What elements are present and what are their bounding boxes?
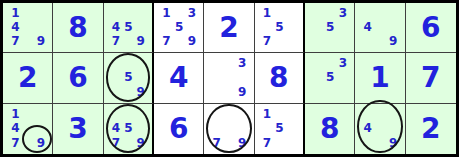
- candidate-9: 9: [387, 34, 400, 48]
- candidate-8: [374, 34, 387, 48]
- candidate-9: [286, 136, 298, 150]
- candidate-2: [122, 6, 134, 20]
- candidate-1: [210, 56, 223, 70]
- cell-r1c9[interactable]: 6: [406, 3, 456, 53]
- candidate-grid: 157: [255, 3, 303, 52]
- cell-r1c5[interactable]: 2: [204, 3, 254, 53]
- candidate-1: 1: [160, 6, 173, 20]
- candidate-8: [122, 136, 134, 150]
- candidate-6: [387, 121, 400, 135]
- candidate-6: [236, 70, 249, 84]
- candidate-9: [337, 85, 350, 99]
- candidate-2: [273, 6, 285, 20]
- cell-r2c1[interactable]: 2: [3, 53, 53, 103]
- candidate-7: [361, 136, 374, 150]
- candidate-9: 9: [35, 136, 48, 150]
- candidate-2: [324, 56, 337, 70]
- candidate-8: [223, 85, 236, 99]
- candidate-1: [210, 107, 223, 121]
- candidate-6: [135, 121, 147, 135]
- cell-r2c7[interactable]: 35: [305, 53, 355, 103]
- cell-value: 7: [406, 53, 456, 102]
- candidate-3: 3: [236, 56, 249, 70]
- candidate-9: [337, 34, 350, 48]
- candidate-1: [311, 56, 324, 70]
- cell-value: 1: [355, 53, 404, 102]
- cell-r3c1[interactable]: 1479: [3, 104, 53, 154]
- cell-r3c9[interactable]: 2: [406, 104, 456, 154]
- candidate-2: [173, 6, 186, 20]
- candidate-1: 1: [9, 107, 22, 121]
- candidate-2: [324, 6, 337, 20]
- candidate-1: [311, 6, 324, 20]
- cell-r3c2[interactable]: 3: [53, 104, 103, 154]
- candidate-6: [35, 20, 48, 34]
- cell-r1c8[interactable]: 49: [355, 3, 405, 53]
- candidate-2: [122, 56, 134, 70]
- candidate-5: [22, 20, 35, 34]
- cell-value: 3: [53, 104, 102, 154]
- candidate-grid: 1479: [3, 104, 52, 154]
- candidate-5: [223, 70, 236, 84]
- candidate-6: [337, 20, 350, 34]
- candidate-7: [311, 34, 324, 48]
- candidate-grid: 49: [355, 104, 404, 154]
- candidate-5: [22, 121, 35, 135]
- candidate-2: [223, 56, 236, 70]
- candidate-4: [311, 20, 324, 34]
- candidate-9: 9: [186, 34, 199, 48]
- candidate-6: [387, 20, 400, 34]
- cell-r1c1[interactable]: 1479: [3, 3, 53, 53]
- candidate-5: 5: [273, 121, 285, 135]
- candidate-5: 5: [122, 121, 134, 135]
- candidate-4: 4: [9, 121, 22, 135]
- cell-r1c6[interactable]: 157: [255, 3, 305, 53]
- cell-value: 8: [53, 3, 102, 52]
- candidate-3: [35, 107, 48, 121]
- candidate-1: [361, 6, 374, 20]
- cell-r2c3[interactable]: 59: [104, 53, 154, 103]
- candidate-1: 1: [261, 107, 273, 121]
- cell-r3c3[interactable]: 4579: [104, 104, 154, 154]
- candidate-5: 5: [324, 70, 337, 84]
- candidate-grid: 79: [204, 104, 253, 154]
- candidate-9: [286, 34, 298, 48]
- candidate-8: [324, 85, 337, 99]
- cell-r1c2[interactable]: 8: [53, 3, 103, 53]
- cell-r1c3[interactable]: 4579: [104, 3, 154, 53]
- candidate-grid: 39: [204, 53, 253, 102]
- candidate-3: [286, 107, 298, 121]
- candidate-7: 7: [110, 34, 122, 48]
- cell-r2c5[interactable]: 39: [204, 53, 254, 103]
- candidate-4: 4: [9, 20, 22, 34]
- cell-value: 2: [406, 104, 456, 154]
- candidate-8: [122, 85, 134, 99]
- candidate-5: [374, 20, 387, 34]
- candidate-7: 7: [261, 136, 273, 150]
- candidate-7: 7: [110, 136, 122, 150]
- candidate-5: 5: [273, 20, 285, 34]
- candidate-grid: 35: [305, 3, 354, 52]
- cell-r1c7[interactable]: 35: [305, 3, 355, 53]
- candidate-3: 3: [337, 6, 350, 20]
- candidate-7: 7: [9, 136, 22, 150]
- candidate-3: [135, 6, 147, 20]
- candidate-6: [135, 20, 147, 34]
- candidate-4: [210, 70, 223, 84]
- candidate-8: [122, 34, 134, 48]
- candidate-1: [361, 107, 374, 121]
- candidate-8: [273, 136, 285, 150]
- candidate-1: [110, 56, 122, 70]
- cell-r3c4[interactable]: 6: [154, 104, 204, 154]
- candidate-5: [374, 121, 387, 135]
- cell-r2c4[interactable]: 4: [154, 53, 204, 103]
- candidate-4: 4: [361, 121, 374, 135]
- candidate-9: 9: [387, 136, 400, 150]
- cell-r2c6[interactable]: 8: [255, 53, 305, 103]
- candidate-9: 9: [135, 136, 147, 150]
- candidate-8: [22, 136, 35, 150]
- cell-r2c9[interactable]: 7: [406, 53, 456, 103]
- candidate-2: [122, 107, 134, 121]
- cell-r3c7[interactable]: 8: [305, 104, 355, 154]
- candidate-grid: 4579: [104, 3, 152, 52]
- candidate-3: [35, 6, 48, 20]
- candidate-5: 5: [122, 70, 134, 84]
- candidate-6: [236, 121, 249, 135]
- cell-r3c8[interactable]: 49: [355, 104, 405, 154]
- candidate-4: [160, 20, 173, 34]
- candidate-7: 7: [9, 34, 22, 48]
- candidate-4: [311, 70, 324, 84]
- candidate-6: [286, 121, 298, 135]
- candidate-8: [223, 136, 236, 150]
- candidate-3: [387, 6, 400, 20]
- cell-r1c4[interactable]: 13579: [154, 3, 204, 53]
- candidate-grid: 157: [255, 104, 303, 154]
- candidate-6: [135, 70, 147, 84]
- candidate-grid: 59: [104, 53, 152, 102]
- candidate-grid: 1479: [3, 3, 52, 52]
- candidate-7: 7: [160, 34, 173, 48]
- candidate-9: 9: [135, 85, 147, 99]
- candidate-4: 4: [361, 20, 374, 34]
- cell-value: 4: [154, 53, 203, 102]
- cell-r3c6[interactable]: 157: [255, 104, 305, 154]
- candidate-8: [374, 136, 387, 150]
- candidate-1: [110, 107, 122, 121]
- candidate-9: 9: [236, 85, 249, 99]
- cell-r2c8[interactable]: 1: [355, 53, 405, 103]
- cell-value: 6: [406, 3, 456, 52]
- candidate-3: 3: [337, 56, 350, 70]
- cell-value: 8: [255, 53, 303, 102]
- candidate-4: [261, 121, 273, 135]
- candidate-1: 1: [9, 6, 22, 20]
- candidate-3: [286, 6, 298, 20]
- cell-r2c2[interactable]: 6: [53, 53, 103, 103]
- candidate-8: [22, 34, 35, 48]
- cell-value: 6: [53, 53, 102, 102]
- cell-value: 2: [3, 53, 52, 102]
- cell-value: 2: [204, 3, 253, 52]
- candidate-5: [223, 121, 236, 135]
- candidate-4: 4: [110, 20, 122, 34]
- candidate-2: [273, 107, 285, 121]
- candidate-grid: 4579: [104, 104, 152, 154]
- candidate-3: [135, 56, 147, 70]
- candidate-1: 1: [261, 6, 273, 20]
- candidate-6: [35, 121, 48, 135]
- candidate-7: [361, 34, 374, 48]
- candidate-3: [135, 107, 147, 121]
- candidate-2: [374, 6, 387, 20]
- candidate-5: 5: [173, 20, 186, 34]
- candidate-7: [210, 85, 223, 99]
- cell-value: 8: [305, 104, 354, 154]
- candidate-3: 3: [186, 6, 199, 20]
- candidate-8: [324, 34, 337, 48]
- candidate-8: [273, 34, 285, 48]
- candidate-4: [210, 121, 223, 135]
- candidate-2: [223, 107, 236, 121]
- candidate-4: [110, 70, 122, 84]
- candidate-3: [387, 107, 400, 121]
- cell-value: 6: [154, 104, 203, 154]
- candidate-grid: 35: [305, 53, 354, 102]
- candidate-2: [374, 107, 387, 121]
- candidate-9: 9: [135, 34, 147, 48]
- candidate-7: 7: [210, 136, 223, 150]
- candidate-6: [186, 20, 199, 34]
- candidate-5: 5: [324, 20, 337, 34]
- candidate-2: [22, 6, 35, 20]
- cell-r3c5[interactable]: 79: [204, 104, 254, 154]
- candidate-5: 5: [122, 20, 134, 34]
- candidate-9: 9: [35, 34, 48, 48]
- sudoku-board: 1479845791357921573549626594398351714793…: [0, 0, 459, 157]
- candidate-7: 7: [261, 34, 273, 48]
- candidate-grid: 13579: [154, 3, 203, 52]
- candidate-9: 9: [236, 136, 249, 150]
- candidate-4: 4: [110, 121, 122, 135]
- candidate-8: [173, 34, 186, 48]
- candidate-7: [110, 85, 122, 99]
- candidate-grid: 49: [355, 3, 404, 52]
- candidate-3: [236, 107, 249, 121]
- candidate-6: [337, 70, 350, 84]
- candidate-4: [261, 20, 273, 34]
- candidate-1: [110, 6, 122, 20]
- candidate-7: [311, 85, 324, 99]
- candidate-2: [22, 107, 35, 121]
- candidate-6: [286, 20, 298, 34]
